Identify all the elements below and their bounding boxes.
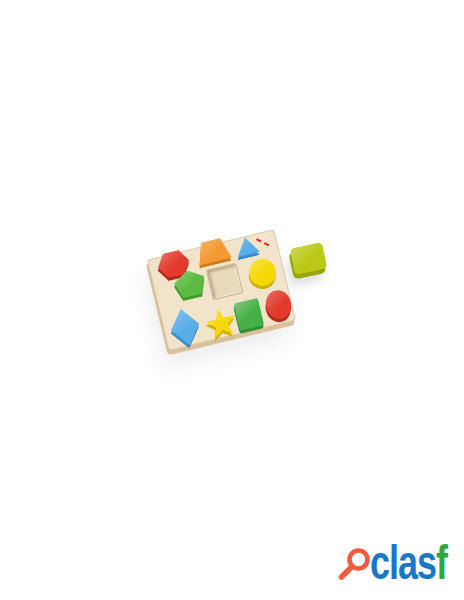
product-photo: clasf <box>0 0 464 600</box>
piece-blue-rhombus[interactable] <box>167 306 204 349</box>
piece-green-pentagon[interactable] <box>172 267 208 300</box>
piece-face <box>263 288 294 322</box>
piece-yellow-circle[interactable] <box>246 256 279 289</box>
puzzle-board <box>147 229 296 351</box>
watermark-text: clasf <box>370 539 447 587</box>
empty-square-slot <box>206 263 243 300</box>
watermark-text-green: f <box>436 535 447 590</box>
piece-blue-triangle[interactable] <box>234 234 261 257</box>
piece-red-oval[interactable] <box>263 288 294 322</box>
clasf-watermark: clasf <box>336 544 456 588</box>
piece-orange-trapezoid[interactable] <box>195 236 232 265</box>
piece-green-rectangle[interactable] <box>234 298 265 331</box>
piece-lime-square-removed[interactable] <box>290 242 328 275</box>
watermark-text-blue: clas <box>370 535 436 590</box>
piece-face <box>172 267 208 300</box>
piece-face <box>234 298 265 331</box>
magnifying-glass-icon <box>336 546 370 586</box>
